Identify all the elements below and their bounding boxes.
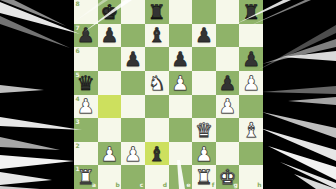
piece-white-knight[interactable]: ♞ [148, 72, 166, 92]
piece-black-pawn[interactable]: ♟ [100, 25, 118, 45]
square-e7[interactable] [169, 24, 193, 48]
square-d7[interactable]: ♝ [145, 24, 169, 48]
square-c2[interactable]: ♟ [121, 142, 145, 166]
square-d3[interactable] [145, 118, 169, 142]
piece-white-pawn[interactable]: ♟ [242, 72, 260, 92]
square-d1[interactable]: d [145, 165, 169, 189]
rank-label-1: 1 [76, 166, 80, 172]
square-a4[interactable]: ♟4 [74, 95, 98, 119]
square-d8[interactable]: ♜ [145, 0, 169, 24]
square-g4[interactable]: ♟ [216, 95, 240, 119]
square-g5[interactable]: ♟ [216, 71, 240, 95]
square-b2[interactable]: ♟ [98, 142, 122, 166]
square-e5[interactable]: ♟ [169, 71, 193, 95]
square-h1[interactable]: h [239, 165, 263, 189]
square-a7[interactable]: ♟7 [74, 24, 98, 48]
square-b4[interactable] [98, 95, 122, 119]
square-d2[interactable]: ♝ [145, 142, 169, 166]
square-e6[interactable]: ♟ [169, 47, 193, 71]
square-f5[interactable] [192, 71, 216, 95]
square-c6[interactable]: ♟ [121, 47, 145, 71]
piece-white-pawn[interactable]: ♟ [171, 72, 189, 92]
square-c7[interactable] [121, 24, 145, 48]
square-b3[interactable] [98, 118, 122, 142]
rank-label-2: 2 [76, 143, 80, 149]
square-f3[interactable]: ♛ [192, 118, 216, 142]
piece-black-pawn[interactable]: ♟ [195, 25, 213, 45]
square-h7[interactable] [239, 24, 263, 48]
file-label-f: f [212, 182, 215, 188]
square-h2[interactable] [239, 142, 263, 166]
rank-label-3: 3 [76, 119, 80, 125]
piece-white-rook[interactable]: ♜ [195, 167, 213, 187]
piece-black-pawn[interactable]: ♟ [219, 72, 237, 92]
square-c1[interactable]: c [121, 165, 145, 189]
square-b5[interactable] [98, 71, 122, 95]
square-f7[interactable]: ♟ [192, 24, 216, 48]
piece-white-bishop[interactable]: ♝ [242, 119, 260, 139]
square-f8[interactable] [192, 0, 216, 24]
square-h6[interactable]: ♟ [239, 47, 263, 71]
piece-white-pawn[interactable]: ♟ [124, 143, 142, 163]
piece-black-bishop[interactable]: ♝ [148, 143, 166, 163]
file-label-d: d [163, 182, 167, 188]
square-a5[interactable]: ♛5 [74, 71, 98, 95]
square-a3[interactable]: 3 [74, 118, 98, 142]
square-g7[interactable] [216, 24, 240, 48]
square-f2[interactable]: ♟ [192, 142, 216, 166]
square-f1[interactable]: ♜f [192, 165, 216, 189]
square-h3[interactable]: ♝ [239, 118, 263, 142]
rank-label-6: 6 [76, 48, 80, 54]
piece-black-bishop[interactable]: ♝ [148, 25, 166, 45]
square-g3[interactable] [216, 118, 240, 142]
square-a8[interactable]: 8 [74, 0, 98, 24]
square-f6[interactable] [192, 47, 216, 71]
piece-black-rook[interactable]: ♜ [242, 1, 260, 21]
square-a2[interactable]: 2 [74, 142, 98, 166]
square-c3[interactable] [121, 118, 145, 142]
square-e4[interactable] [169, 95, 193, 119]
rank-label-4: 4 [76, 96, 80, 102]
square-d6[interactable] [145, 47, 169, 71]
file-label-e: e [187, 182, 191, 188]
square-e8[interactable] [169, 0, 193, 24]
square-a6[interactable]: 6 [74, 47, 98, 71]
square-d5[interactable]: ♞ [145, 71, 169, 95]
square-g6[interactable] [216, 47, 240, 71]
file-label-g: g [234, 182, 238, 188]
piece-white-pawn[interactable]: ♟ [219, 96, 237, 116]
piece-white-queen[interactable]: ♛ [195, 119, 213, 139]
square-b8[interactable]: ♚ [98, 0, 122, 24]
square-h4[interactable] [239, 95, 263, 119]
piece-black-pawn[interactable]: ♟ [124, 49, 142, 69]
chess-board[interactable]: 8♚♜♜♟7♟♝♟6♟♟♟♛5♞♟♟♟♟4♟3♛♝2♟♟♝♟♜1abcde♜f♚… [74, 0, 263, 189]
square-e3[interactable] [169, 118, 193, 142]
file-label-b: b [115, 182, 119, 188]
square-f4[interactable] [192, 95, 216, 119]
square-g8[interactable] [216, 0, 240, 24]
square-b6[interactable] [98, 47, 122, 71]
screenshot-stage: 8♚♜♜♟7♟♝♟6♟♟♟♛5♞♟♟♟♟4♟3♛♝2♟♟♝♟♜1abcde♜f♚… [0, 0, 336, 189]
square-c4[interactable] [121, 95, 145, 119]
square-d4[interactable] [145, 95, 169, 119]
square-c8[interactable] [121, 0, 145, 24]
square-g1[interactable]: ♚g [216, 165, 240, 189]
square-b1[interactable]: b [98, 165, 122, 189]
file-label-h: h [257, 182, 261, 188]
piece-black-king[interactable]: ♚ [100, 1, 118, 21]
square-g2[interactable] [216, 142, 240, 166]
rank-label-8: 8 [76, 1, 80, 7]
file-label-c: c [140, 182, 144, 188]
square-h8[interactable]: ♜ [239, 0, 263, 24]
piece-black-pawn[interactable]: ♟ [171, 49, 189, 69]
square-h5[interactable]: ♟ [239, 71, 263, 95]
piece-black-rook[interactable]: ♜ [148, 1, 166, 21]
square-a1[interactable]: ♜1a [74, 165, 98, 189]
rank-label-7: 7 [76, 25, 80, 31]
piece-white-pawn[interactable]: ♟ [195, 143, 213, 163]
square-c5[interactable] [121, 71, 145, 95]
square-e1[interactable]: e [169, 165, 193, 189]
piece-black-pawn[interactable]: ♟ [242, 49, 260, 69]
square-e2[interactable] [169, 142, 193, 166]
file-label-a: a [92, 182, 96, 188]
rank-label-5: 5 [76, 72, 80, 78]
square-b7[interactable]: ♟ [98, 24, 122, 48]
piece-white-pawn[interactable]: ♟ [100, 143, 118, 163]
